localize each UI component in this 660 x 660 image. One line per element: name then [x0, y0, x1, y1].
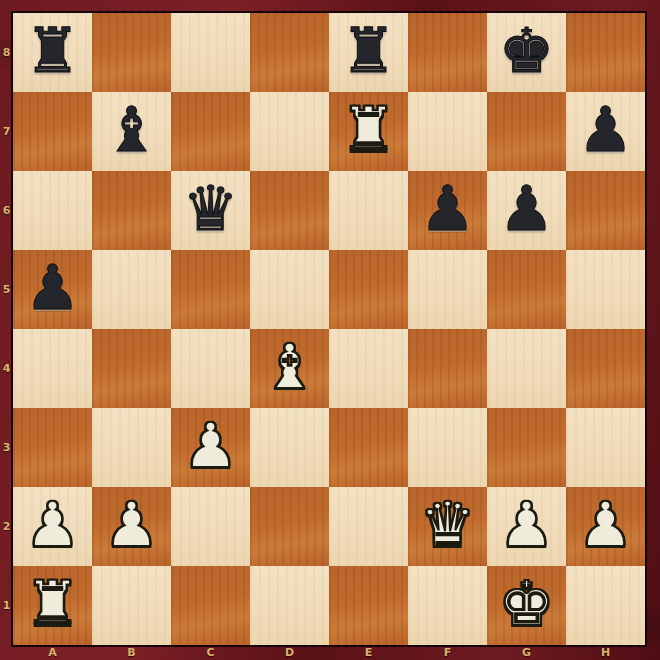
square-f4[interactable]: [408, 329, 487, 408]
square-d3[interactable]: [250, 408, 329, 487]
square-a3[interactable]: [13, 408, 92, 487]
square-d5[interactable]: [250, 250, 329, 329]
square-c2[interactable]: [171, 487, 250, 566]
square-a2[interactable]: ♟: [13, 487, 92, 566]
file-label-c: C: [171, 645, 250, 660]
square-d1[interactable]: [250, 566, 329, 645]
file-label-e: E: [329, 645, 408, 660]
square-d2[interactable]: [250, 487, 329, 566]
square-f7[interactable]: [408, 92, 487, 171]
square-g7[interactable]: [487, 92, 566, 171]
square-c3[interactable]: ♟: [171, 408, 250, 487]
square-b2[interactable]: ♟: [92, 487, 171, 566]
chess-board: ♜♜♚♝♜♟♛♟♟♟♝♟♟♟♛♟♟♜♚: [13, 13, 645, 645]
square-c6[interactable]: ♛: [171, 171, 250, 250]
piece-black-pawn-f6[interactable]: ♟: [420, 178, 476, 240]
square-h6[interactable]: [566, 171, 645, 250]
piece-black-bishop-b7[interactable]: ♝: [104, 99, 160, 161]
square-b1[interactable]: [92, 566, 171, 645]
square-d4[interactable]: ♝: [250, 329, 329, 408]
piece-white-bishop-d4[interactable]: ♝: [262, 336, 318, 398]
piece-black-pawn-h7[interactable]: ♟: [578, 99, 634, 161]
square-h3[interactable]: [566, 408, 645, 487]
rank-label-3: 3: [0, 408, 13, 487]
square-e4[interactable]: [329, 329, 408, 408]
square-b5[interactable]: [92, 250, 171, 329]
square-a4[interactable]: [13, 329, 92, 408]
file-label-g: G: [487, 645, 566, 660]
piece-white-queen-f2[interactable]: ♛: [420, 494, 476, 556]
square-e6[interactable]: [329, 171, 408, 250]
square-f3[interactable]: [408, 408, 487, 487]
rank-labels: 87654321: [0, 13, 13, 645]
piece-black-pawn-g6[interactable]: ♟: [499, 178, 555, 240]
square-c4[interactable]: [171, 329, 250, 408]
square-c8[interactable]: [171, 13, 250, 92]
square-e7[interactable]: ♜: [329, 92, 408, 171]
rank-label-4: 4: [0, 329, 13, 408]
square-g8[interactable]: ♚: [487, 13, 566, 92]
square-b8[interactable]: [92, 13, 171, 92]
square-a8[interactable]: ♜: [13, 13, 92, 92]
square-g1[interactable]: ♚: [487, 566, 566, 645]
file-label-b: B: [92, 645, 171, 660]
file-label-d: D: [250, 645, 329, 660]
square-g2[interactable]: ♟: [487, 487, 566, 566]
file-label-a: A: [13, 645, 92, 660]
rank-label-6: 6: [0, 171, 13, 250]
square-f6[interactable]: ♟: [408, 171, 487, 250]
piece-black-rook-a8[interactable]: ♜: [25, 20, 81, 82]
square-h4[interactable]: [566, 329, 645, 408]
piece-white-pawn-h2[interactable]: ♟: [578, 494, 634, 556]
square-b6[interactable]: [92, 171, 171, 250]
square-e8[interactable]: ♜: [329, 13, 408, 92]
square-b4[interactable]: [92, 329, 171, 408]
square-g5[interactable]: [487, 250, 566, 329]
piece-black-queen-c6[interactable]: ♛: [183, 178, 239, 240]
square-h8[interactable]: [566, 13, 645, 92]
rank-label-2: 2: [0, 487, 13, 566]
file-labels: ABCDEFGH: [13, 645, 645, 660]
square-b7[interactable]: ♝: [92, 92, 171, 171]
square-a5[interactable]: ♟: [13, 250, 92, 329]
square-c7[interactable]: [171, 92, 250, 171]
piece-black-pawn-a5[interactable]: ♟: [25, 257, 81, 319]
file-label-f: F: [408, 645, 487, 660]
piece-white-pawn-g2[interactable]: ♟: [499, 494, 555, 556]
square-e2[interactable]: [329, 487, 408, 566]
piece-white-pawn-b2[interactable]: ♟: [104, 494, 160, 556]
square-g3[interactable]: [487, 408, 566, 487]
rank-label-1: 1: [0, 566, 13, 645]
square-c5[interactable]: [171, 250, 250, 329]
square-f2[interactable]: ♛: [408, 487, 487, 566]
rank-label-7: 7: [0, 92, 13, 171]
piece-white-rook-a1[interactable]: ♜: [25, 573, 81, 635]
square-d7[interactable]: [250, 92, 329, 171]
square-f8[interactable]: [408, 13, 487, 92]
square-g6[interactable]: ♟: [487, 171, 566, 250]
square-f5[interactable]: [408, 250, 487, 329]
square-c1[interactable]: [171, 566, 250, 645]
square-h7[interactable]: ♟: [566, 92, 645, 171]
square-h2[interactable]: ♟: [566, 487, 645, 566]
square-d6[interactable]: [250, 171, 329, 250]
square-g4[interactable]: [487, 329, 566, 408]
square-e1[interactable]: [329, 566, 408, 645]
square-d8[interactable]: [250, 13, 329, 92]
rank-label-8: 8: [0, 13, 13, 92]
piece-black-rook-e8[interactable]: ♜: [341, 20, 397, 82]
chess-board-frame: 87654321 ABCDEFGH ♜♜♚♝♜♟♛♟♟♟♝♟♟♟♛♟♟♜♚: [0, 0, 660, 660]
file-label-h: H: [566, 645, 645, 660]
square-a7[interactable]: [13, 92, 92, 171]
square-h1[interactable]: [566, 566, 645, 645]
rank-label-5: 5: [0, 250, 13, 329]
piece-white-pawn-c3[interactable]: ♟: [183, 415, 239, 477]
piece-white-pawn-a2[interactable]: ♟: [25, 494, 81, 556]
piece-white-king-g1[interactable]: ♚: [499, 573, 555, 635]
square-e5[interactable]: [329, 250, 408, 329]
square-b3[interactable]: [92, 408, 171, 487]
square-h5[interactable]: [566, 250, 645, 329]
piece-black-king-g8[interactable]: ♚: [499, 20, 555, 82]
square-e3[interactable]: [329, 408, 408, 487]
piece-white-rook-e7[interactable]: ♜: [341, 99, 397, 161]
square-a6[interactable]: [13, 171, 92, 250]
square-a1[interactable]: ♜: [13, 566, 92, 645]
square-f1[interactable]: [408, 566, 487, 645]
